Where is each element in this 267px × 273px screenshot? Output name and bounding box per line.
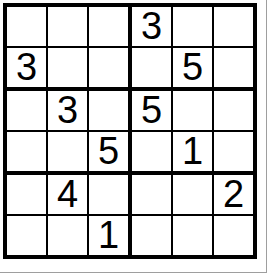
cell-r4c1[interactable]: [7, 132, 48, 175]
given-digit: 3: [141, 7, 162, 45]
cell-r1c6[interactable]: [214, 7, 253, 48]
cell-r3c3[interactable]: [89, 91, 132, 132]
cell-r3c2[interactable]: 3: [48, 91, 89, 132]
cell-r2c1[interactable]: 3: [7, 48, 48, 91]
cell-r6c2[interactable]: [48, 216, 89, 255]
cell-r6c3[interactable]: 1: [89, 216, 132, 255]
given-digit: 3: [57, 91, 78, 129]
given-digit: 1: [182, 132, 203, 170]
cell-r4c4[interactable]: [132, 132, 173, 175]
cell-r5c3[interactable]: [89, 175, 132, 216]
cell-r5c4[interactable]: [132, 175, 173, 216]
cell-r1c4[interactable]: 3: [132, 7, 173, 48]
sudoku-board: 3353551421: [3, 3, 257, 259]
cell-r3c1[interactable]: [7, 91, 48, 132]
cell-r1c2[interactable]: [48, 7, 89, 48]
cell-r4c5[interactable]: 1: [173, 132, 214, 175]
cell-r6c6[interactable]: [214, 216, 253, 255]
cell-r5c1[interactable]: [7, 175, 48, 216]
cell-r1c1[interactable]: [7, 7, 48, 48]
cell-r4c6[interactable]: [214, 132, 253, 175]
cell-r2c2[interactable]: [48, 48, 89, 91]
cell-r3c4[interactable]: 5: [132, 91, 173, 132]
cell-r3c6[interactable]: [214, 91, 253, 132]
given-digit: 4: [57, 175, 78, 213]
cell-r6c1[interactable]: [7, 216, 48, 255]
given-digit: 5: [141, 91, 162, 129]
cell-r6c5[interactable]: [173, 216, 214, 255]
cell-r5c5[interactable]: [173, 175, 214, 216]
cell-r2c6[interactable]: [214, 48, 253, 91]
cell-r5c2[interactable]: 4: [48, 175, 89, 216]
cell-r3c5[interactable]: [173, 91, 214, 132]
screenshot-page: 3353551421: [0, 0, 267, 273]
cell-r2c5[interactable]: 5: [173, 48, 214, 91]
cell-r2c4[interactable]: [132, 48, 173, 91]
cell-r1c3[interactable]: [89, 7, 132, 48]
given-digit: 1: [98, 216, 119, 254]
cell-r6c4[interactable]: [132, 216, 173, 255]
cell-r2c3[interactable]: [89, 48, 132, 91]
given-digit: 5: [98, 132, 119, 170]
given-digit: 3: [16, 48, 37, 86]
cell-r4c3[interactable]: 5: [89, 132, 132, 175]
cell-r4c2[interactable]: [48, 132, 89, 175]
given-digit: 5: [182, 48, 203, 86]
cell-r5c6[interactable]: 2: [214, 175, 253, 216]
cell-r1c5[interactable]: [173, 7, 214, 48]
given-digit: 2: [223, 175, 244, 213]
